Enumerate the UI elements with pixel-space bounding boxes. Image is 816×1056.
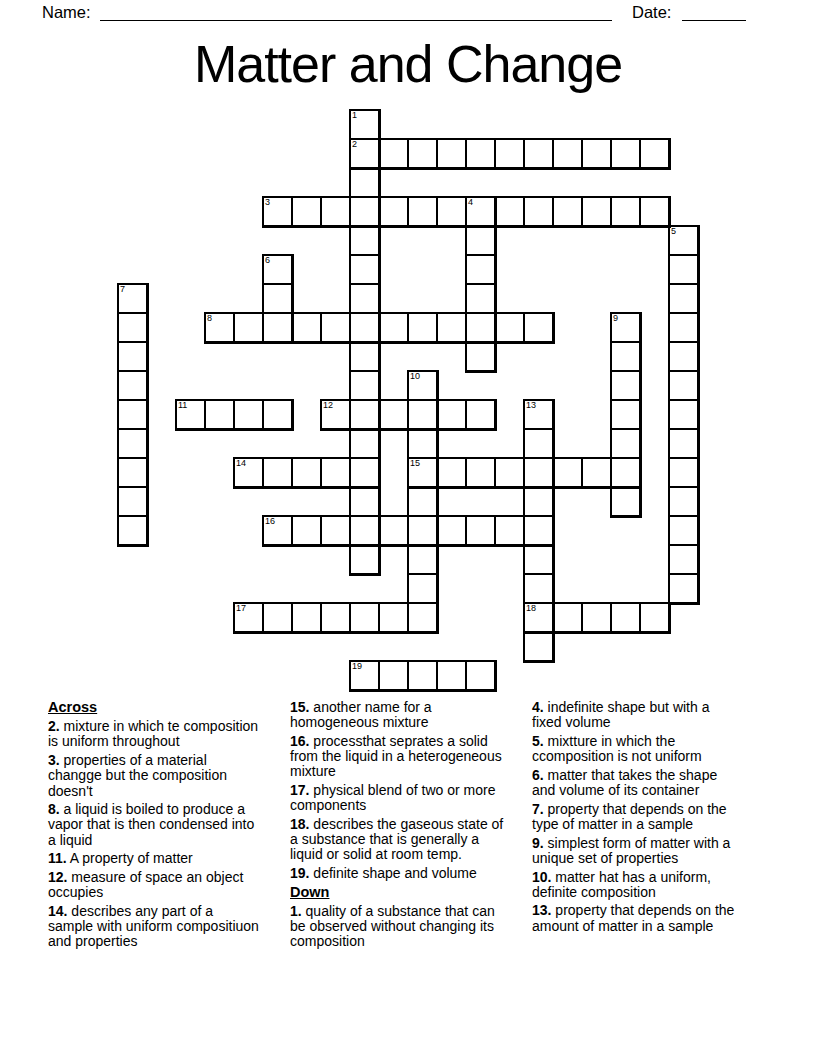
cell-r1c15[interactable]	[552, 138, 583, 169]
cell-r10c5[interactable]	[262, 399, 293, 430]
cell-number-16: 16	[265, 517, 275, 526]
cell-number-17: 17	[236, 604, 246, 613]
cell-number-9: 9	[613, 314, 618, 323]
cell-r17c9[interactable]	[378, 602, 409, 633]
cell-r10c10[interactable]	[407, 399, 438, 430]
cell-r14c19[interactable]	[668, 515, 699, 546]
cell-number-11: 11	[178, 401, 187, 410]
cell-r12c8[interactable]	[349, 457, 380, 488]
cell-r13c10[interactable]	[407, 486, 438, 517]
worksheet-page: Name: Date: Matter and Change 1234567891…	[0, 0, 816, 1056]
cell-r7c11[interactable]	[436, 312, 467, 343]
cell-r7c8[interactable]	[349, 312, 380, 343]
cell-r1c9[interactable]	[378, 138, 409, 169]
cell-r12c12[interactable]	[465, 457, 496, 488]
clue-across-8: 8. a liquid is boiled to produce a vapor…	[48, 802, 260, 848]
cell-number-10: 10	[410, 372, 420, 381]
cell-r10c11[interactable]	[436, 399, 467, 430]
name-label: Name:	[42, 2, 91, 22]
date-blank-line[interactable]	[682, 20, 746, 21]
cell-r6c8[interactable]	[349, 283, 380, 314]
cell-number-14: 14	[236, 459, 246, 468]
cell-r6c12[interactable]	[465, 283, 496, 314]
clue-across-15: 15. another name for a homogeneous mixtu…	[290, 700, 506, 730]
cell-r16c19[interactable]	[668, 573, 699, 604]
cell-r9c19[interactable]	[668, 370, 699, 401]
cell-r12c14[interactable]	[523, 457, 554, 488]
cell-number-6: 6	[265, 256, 270, 265]
cell-number-1: 1	[352, 111, 357, 120]
cell-r13c0[interactable]	[117, 486, 148, 517]
cell-r12c6[interactable]	[291, 457, 322, 488]
cell-r7c4[interactable]	[233, 312, 264, 343]
cell-r8c0[interactable]	[117, 341, 148, 372]
cell-r13c19[interactable]	[668, 486, 699, 517]
cell-r4c12[interactable]	[465, 225, 496, 256]
cell-r12c15[interactable]	[552, 457, 583, 488]
cell-r10c9[interactable]	[378, 399, 409, 430]
cell-r7c9[interactable]	[378, 312, 409, 343]
cell-r3c18[interactable]	[639, 196, 670, 227]
cell-r14c13[interactable]	[494, 515, 525, 546]
cell-r17c16[interactable]	[581, 602, 612, 633]
cell-number-2: 2	[352, 140, 357, 149]
cell-r4c8[interactable]	[349, 225, 380, 256]
cell-r12c0[interactable]	[117, 457, 148, 488]
cell-r3c7[interactable]	[320, 196, 351, 227]
cell-number-5: 5	[671, 227, 676, 236]
cell-number-7: 7	[120, 285, 125, 294]
cell-r8c12[interactable]	[465, 341, 496, 372]
cell-r14c7[interactable]	[320, 515, 351, 546]
cell-r1c11[interactable]	[436, 138, 467, 169]
cell-r1c12[interactable]	[465, 138, 496, 169]
cell-r11c17[interactable]	[610, 428, 641, 459]
cell-r16c10[interactable]	[407, 573, 438, 604]
cell-r1c14[interactable]	[523, 138, 554, 169]
cell-r5c12[interactable]	[465, 254, 496, 285]
cell-r3c15[interactable]	[552, 196, 583, 227]
cell-r10c19[interactable]	[668, 399, 699, 430]
cell-r12c19[interactable]	[668, 457, 699, 488]
cell-r15c8[interactable]	[349, 544, 380, 575]
cell-r13c8[interactable]	[349, 486, 380, 517]
cell-r15c19[interactable]	[668, 544, 699, 575]
cell-r10c12[interactable]	[465, 399, 496, 430]
cell-r9c17[interactable]	[610, 370, 641, 401]
cell-r6c5[interactable]	[262, 283, 293, 314]
cell-r1c10[interactable]	[407, 138, 438, 169]
clue-across-19: 19. definite shape and volume	[290, 866, 506, 881]
clue-across-14: 14. describes any part of a sample with …	[48, 904, 260, 950]
cell-r19c9[interactable]	[378, 660, 409, 691]
cell-r9c8[interactable]	[349, 370, 380, 401]
clue-column-3: 4. indefinite shape but with a fixed vol…	[532, 700, 740, 937]
clue-down-10: 10. matter hat has a uniform, definite c…	[532, 870, 740, 900]
cell-r10c17[interactable]	[610, 399, 641, 430]
worksheet-title: Matter and Change	[0, 36, 816, 92]
clue-across-18: 18. describes the gaseous state of a sub…	[290, 817, 506, 863]
cell-r11c8[interactable]	[349, 428, 380, 459]
cell-r3c9[interactable]	[378, 196, 409, 227]
cell-r10c8[interactable]	[349, 399, 380, 430]
cell-r19c12[interactable]	[465, 660, 496, 691]
cell-r7c0[interactable]	[117, 312, 148, 343]
cell-r11c14[interactable]	[523, 428, 554, 459]
cell-number-4: 4	[468, 198, 473, 207]
clue-across-2: 2. mixture in which te composition is un…	[48, 719, 260, 749]
cell-r7c7[interactable]	[320, 312, 351, 343]
cell-r12c17[interactable]	[610, 457, 641, 488]
cell-r19c10[interactable]	[407, 660, 438, 691]
cell-r3c10[interactable]	[407, 196, 438, 227]
clue-down-6: 6. matter that takes the shape and volum…	[532, 768, 740, 798]
cell-r14c8[interactable]	[349, 515, 380, 546]
cell-number-3: 3	[265, 198, 270, 207]
cell-number-8: 8	[207, 314, 212, 323]
cell-r1c17[interactable]	[610, 138, 641, 169]
clue-column-2: 15. another name for a homogeneous mixtu…	[290, 700, 506, 953]
clue-down-5: 5. mixtture in which the ccomposition is…	[532, 734, 740, 764]
cell-r12c5[interactable]	[262, 457, 293, 488]
cell-r3c14[interactable]	[523, 196, 554, 227]
clue-across-16: 16. processthat seprates a solid from th…	[290, 734, 506, 780]
cell-r14c12[interactable]	[465, 515, 496, 546]
cell-r12c16[interactable]	[581, 457, 612, 488]
cell-r17c15[interactable]	[552, 602, 583, 633]
cell-r3c11[interactable]	[436, 196, 467, 227]
cell-r1c13[interactable]	[494, 138, 525, 169]
cell-r15c14[interactable]	[523, 544, 554, 575]
cell-r7c14[interactable]	[523, 312, 554, 343]
cell-r10c4[interactable]	[233, 399, 264, 430]
cell-r1c18[interactable]	[639, 138, 670, 169]
cell-r6c19[interactable]	[668, 283, 699, 314]
cell-r14c14[interactable]	[523, 515, 554, 546]
cell-r8c17[interactable]	[610, 341, 641, 372]
cell-r14c10[interactable]	[407, 515, 438, 546]
cell-r3c16[interactable]	[581, 196, 612, 227]
cell-r12c13[interactable]	[494, 457, 525, 488]
cell-r5c8[interactable]	[349, 254, 380, 285]
clue-across-12: 12. measure of space an object occupies	[48, 870, 260, 900]
clue-column-1: Across2. mixture in which te composition…	[48, 700, 260, 953]
cell-r7c19[interactable]	[668, 312, 699, 343]
clue-down-7: 7. property that depends on the type of …	[532, 802, 740, 832]
cell-r15c10[interactable]	[407, 544, 438, 575]
cell-r14c6[interactable]	[291, 515, 322, 546]
clue-down-13: 13. property that depends on the amount …	[532, 903, 740, 933]
cell-r11c19[interactable]	[668, 428, 699, 459]
cell-r7c6[interactable]	[291, 312, 322, 343]
cell-r1c16[interactable]	[581, 138, 612, 169]
clue-across-3: 3. properties of a material changge but …	[48, 753, 260, 799]
clue-down-9: 9. simplest form of matter with a unique…	[532, 836, 740, 866]
cell-r17c5[interactable]	[262, 602, 293, 633]
cell-number-19: 19	[352, 662, 362, 671]
cell-r7c5[interactable]	[262, 312, 293, 343]
cell-r12c7[interactable]	[320, 457, 351, 488]
cell-r2c8[interactable]	[349, 167, 380, 198]
cell-r12c11[interactable]	[436, 457, 467, 488]
clue-across-17: 17. physical blend of two or more compon…	[290, 783, 506, 813]
cell-r3c6[interactable]	[291, 196, 322, 227]
cell-number-12: 12	[323, 401, 333, 410]
cell-r3c8[interactable]	[349, 196, 380, 227]
cell-r17c18[interactable]	[639, 602, 670, 633]
down-heading: Down	[290, 885, 506, 900]
cell-r14c0[interactable]	[117, 515, 148, 546]
cell-number-18: 18	[526, 604, 536, 613]
cell-r10c0[interactable]	[117, 399, 148, 430]
cell-r18c14[interactable]	[523, 631, 554, 662]
date-label: Date:	[632, 2, 671, 22]
cell-r5c19[interactable]	[668, 254, 699, 285]
across-heading: Across	[48, 700, 260, 715]
clue-down-1: 1. quality of a substance that can be ob…	[290, 904, 506, 950]
cell-r9c0[interactable]	[117, 370, 148, 401]
cell-r17c17[interactable]	[610, 602, 641, 633]
clue-down-4: 4. indefinite shape but with a fixed vol…	[532, 700, 740, 730]
cell-r11c0[interactable]	[117, 428, 148, 459]
cell-r19c11[interactable]	[436, 660, 467, 691]
clue-across-11: 11. A property of matter	[48, 851, 260, 866]
cell-r13c14[interactable]	[523, 486, 554, 517]
cell-r14c11[interactable]	[436, 515, 467, 546]
cell-number-13: 13	[526, 401, 536, 410]
cell-r8c19[interactable]	[668, 341, 699, 372]
cell-r11c10[interactable]	[407, 428, 438, 459]
cell-r10c3[interactable]	[204, 399, 235, 430]
crossword-grid: 12345678910111213141516171819	[118, 110, 700, 692]
cell-number-15: 15	[410, 459, 420, 468]
cell-r17c8[interactable]	[349, 602, 380, 633]
cell-r3c13[interactable]	[494, 196, 525, 227]
cell-r7c13[interactable]	[494, 312, 525, 343]
name-blank-line[interactable]	[100, 20, 612, 21]
cell-r13c17[interactable]	[610, 486, 641, 517]
cell-r3c17[interactable]	[610, 196, 641, 227]
cell-r7c10[interactable]	[407, 312, 438, 343]
cell-r14c9[interactable]	[378, 515, 409, 546]
cell-r8c8[interactable]	[349, 341, 380, 372]
cell-r17c7[interactable]	[320, 602, 351, 633]
cell-r17c6[interactable]	[291, 602, 322, 633]
cell-r7c12[interactable]	[465, 312, 496, 343]
cell-r16c14[interactable]	[523, 573, 554, 604]
cell-r17c10[interactable]	[407, 602, 438, 633]
